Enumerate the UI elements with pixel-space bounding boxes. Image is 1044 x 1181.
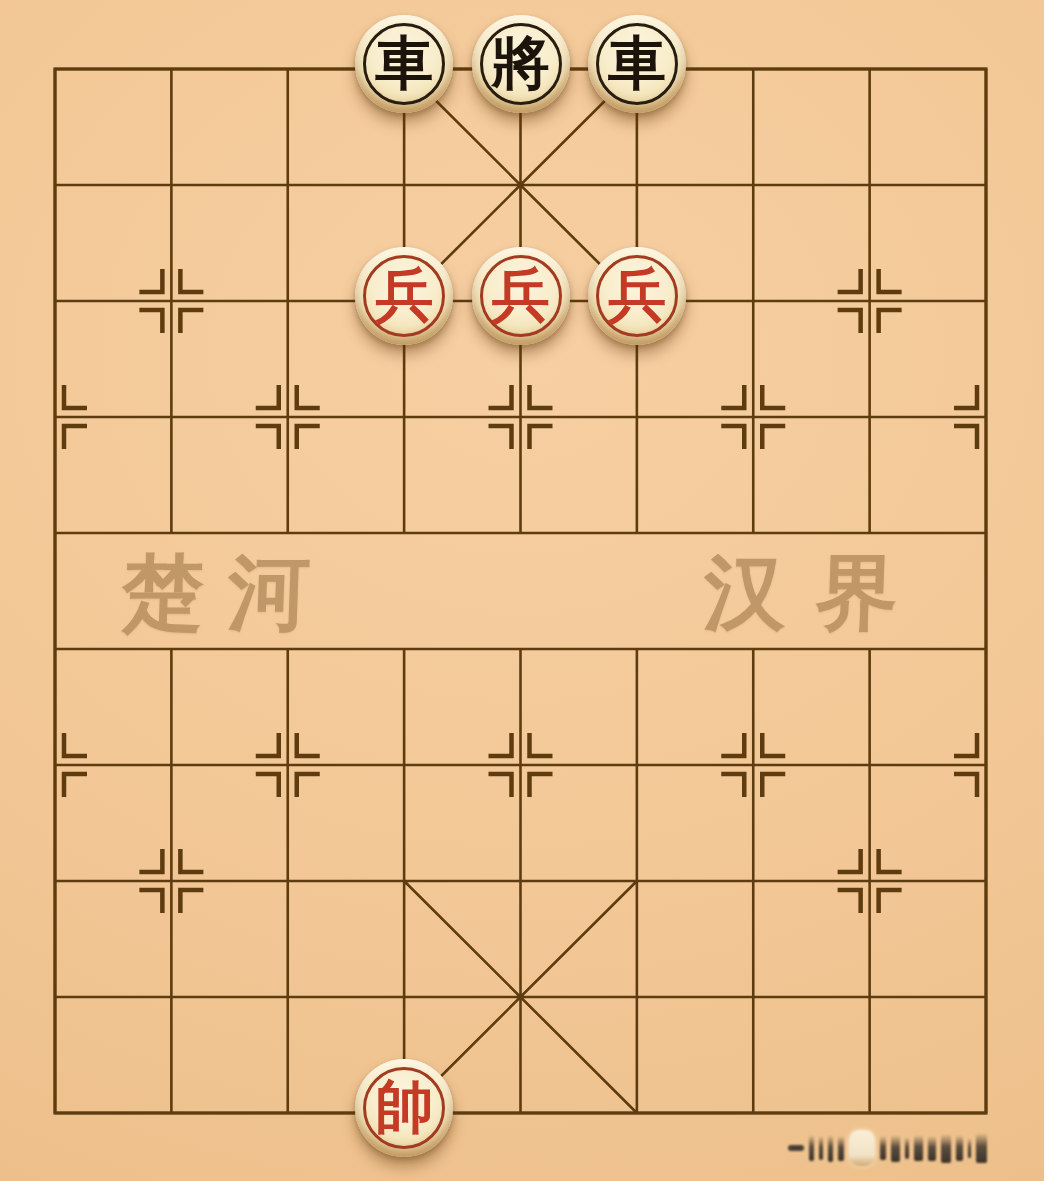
piece-red-general[interactable]: 帥 <box>355 1059 453 1157</box>
watermark-mark <box>849 1130 875 1166</box>
piece-black-chariot-left[interactable]: 車 <box>355 15 453 113</box>
watermark-mark <box>914 1135 923 1161</box>
watermark-mark <box>838 1136 844 1161</box>
watermark-mark <box>968 1138 971 1158</box>
piece-red-soldier-right[interactable]: 兵 <box>588 247 686 345</box>
piece-glyph: 兵 <box>608 266 666 324</box>
piece-black-general[interactable]: 將 <box>472 15 570 113</box>
watermark-mark <box>891 1135 900 1162</box>
watermark-mark <box>788 1145 804 1151</box>
watermark-mark <box>976 1133 987 1163</box>
piece-glyph: 車 <box>608 34 666 92</box>
piece-glyph: 將 <box>492 34 550 92</box>
watermark-smudge <box>788 1126 1020 1170</box>
pieces-layer: 車將車兵兵兵帥 <box>0 11 1044 1171</box>
piece-glyph: 兵 <box>375 266 433 324</box>
piece-glyph: 車 <box>375 34 433 92</box>
watermark-mark <box>809 1135 814 1161</box>
piece-black-chariot-right[interactable]: 車 <box>588 15 686 113</box>
xiangqi-puzzle-screen: 楚河 汉界 車將車兵兵兵帥 <box>0 0 1044 1181</box>
watermark-mark <box>828 1135 833 1162</box>
piece-red-soldier-left[interactable]: 兵 <box>355 247 453 345</box>
watermark-mark <box>941 1134 951 1163</box>
watermark-mark <box>928 1136 936 1161</box>
piece-glyph: 帥 <box>375 1078 433 1136</box>
watermark-mark <box>819 1136 823 1160</box>
watermark-mark <box>956 1135 963 1161</box>
piece-glyph: 兵 <box>492 266 550 324</box>
piece-red-soldier-center[interactable]: 兵 <box>472 247 570 345</box>
watermark-mark <box>905 1137 909 1159</box>
watermark-mark <box>880 1136 886 1160</box>
